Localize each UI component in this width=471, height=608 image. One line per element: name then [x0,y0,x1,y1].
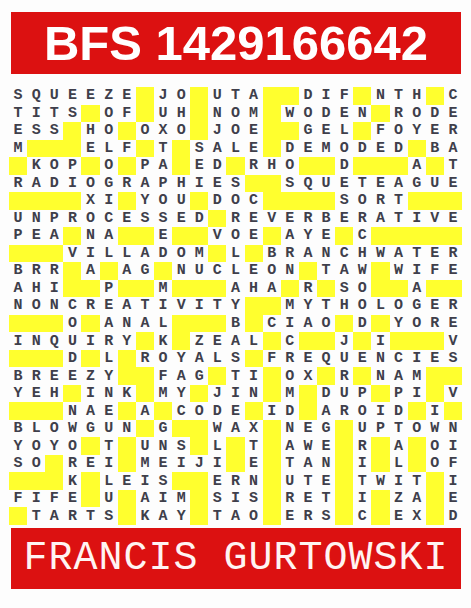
blank-cell [190,122,208,140]
letter-cell: E [317,437,335,455]
letter-cell: G [100,175,118,193]
letter-cell: A [45,227,63,245]
letter-cell: A [281,437,299,455]
blank-cell [118,402,136,420]
letter-cell: E [245,140,263,158]
letter-cell: L [335,122,353,140]
letter-cell: A [27,175,45,193]
blank-cell [371,262,389,280]
letter-cell: I [190,175,208,193]
blank-cell [263,192,281,210]
letter-cell: I [226,385,244,403]
blank-cell [118,367,136,385]
blank-cell [335,507,353,525]
letter-cell: D [426,105,444,123]
blank-cell [27,245,45,263]
letter-cell: E [9,122,27,140]
letter-cell: I [172,455,190,473]
letter-cell: O [27,297,45,315]
blank-cell [371,157,389,175]
letter-cell: S [245,490,263,508]
letter-cell: X [154,122,172,140]
letter-cell: T [317,262,335,280]
letter-cell: A [263,280,281,298]
letter-cell: E [172,210,190,228]
blank-cell [335,472,353,490]
letter-cell: U [208,87,226,105]
letter-cell: I [81,385,99,403]
letter-cell: E [426,245,444,263]
letter-cell: A [226,280,244,298]
letter-cell: R [245,157,263,175]
letter-cell: Y [408,122,426,140]
letter-cell: I [81,332,99,350]
letter-cell: E [444,175,462,193]
blank-cell [81,490,99,508]
letter-cell: S [172,437,190,455]
letter-cell: A [444,140,462,158]
blank-cell [335,437,353,455]
letter-cell: E [299,420,317,438]
letter-cell: R [299,507,317,525]
letter-cell: V [63,245,81,263]
letter-cell: T [317,490,335,508]
letter-cell: O [154,192,172,210]
letter-cell: D [390,140,408,158]
blank-cell [27,472,45,490]
letter-cell: K [63,472,81,490]
blank-cell [371,507,389,525]
letter-cell: E [353,350,371,368]
letter-cell: N [172,262,190,280]
letter-cell: F [9,490,27,508]
letter-cell: G [317,420,335,438]
letter-cell: E [27,385,45,403]
blank-cell [263,87,281,105]
letter-cell: D [335,157,353,175]
blank-cell [190,385,208,403]
blank-cell [263,227,281,245]
letter-cell: E [226,402,244,420]
blank-cell [208,245,226,263]
letter-cell: O [226,105,244,123]
letter-cell: I [45,280,63,298]
letter-cell: H [245,280,263,298]
blank-cell [353,122,371,140]
blank-cell [118,227,136,245]
blank-cell [426,227,444,245]
letter-cell: L [27,420,45,438]
letter-cell: J [154,87,172,105]
letter-cell: M [245,105,263,123]
letter-cell: O [154,350,172,368]
letter-cell: O [136,122,154,140]
blank-cell [299,192,317,210]
blank-cell [45,402,63,420]
letter-cell: Z [100,87,118,105]
letter-cell: P [136,157,154,175]
letter-cell: S [100,507,118,525]
letter-cell: Y [172,385,190,403]
letter-cell: E [27,227,45,245]
blank-cell [444,227,462,245]
letter-cell: O [63,315,81,333]
letter-cell: S [154,210,172,228]
letter-cell: R [9,175,27,193]
title-banner: BFS 1429166642 [11,12,461,74]
blank-cell [136,367,154,385]
letter-cell: H [353,245,371,263]
letter-cell: D [444,507,462,525]
blank-cell [226,157,244,175]
letter-cell: R [335,402,353,420]
letter-cell: P [63,157,81,175]
letter-cell: Y [9,385,27,403]
letter-cell: B [317,210,335,228]
letter-cell: E [317,472,335,490]
blank-cell [136,385,154,403]
letter-cell: M [9,140,27,158]
letter-cell: A [136,245,154,263]
letter-cell: D [154,245,172,263]
letter-cell: H [172,175,190,193]
letter-cell: T [81,507,99,525]
letter-cell: A [136,490,154,508]
letter-cell: D [208,402,226,420]
blank-cell [390,157,408,175]
letter-cell: R [444,297,462,315]
blank-cell [263,507,281,525]
letter-cell: E [299,140,317,158]
author-band: FRANCIS GURTOWSKI [11,528,461,589]
blank-cell [45,245,63,263]
letter-cell: W [63,420,81,438]
letter-cell: A [100,315,118,333]
letter-cell: W [371,245,389,263]
blank-cell [281,192,299,210]
letter-cell: Q [317,350,335,368]
letter-cell: U [63,332,81,350]
blank-cell [136,140,154,158]
blank-cell [245,297,263,315]
letter-cell: H [172,105,190,123]
letter-cell: E [63,490,81,508]
letter-cell: A [390,175,408,193]
letter-cell: C [208,262,226,280]
blank-cell [190,490,208,508]
blank-cell [63,122,81,140]
blank-cell [118,437,136,455]
letter-cell: A [208,140,226,158]
blank-cell [317,157,335,175]
letter-cell: I [136,472,154,490]
letter-cell: M [172,490,190,508]
letter-cell: I [371,332,389,350]
letter-cell: I [27,105,45,123]
letter-cell: A [118,262,136,280]
blank-cell [245,350,263,368]
letter-cell: H [45,385,63,403]
letter-cell: E [317,227,335,245]
letter-cell: N [281,420,299,438]
letter-cell: U [45,87,63,105]
letter-cell: L [245,332,263,350]
letter-cell: S [154,472,172,490]
letter-cell: O [353,280,371,298]
letter-cell: E [426,297,444,315]
blank-cell [190,507,208,525]
blank-cell [353,332,371,350]
letter-cell: I [100,455,118,473]
letter-cell: T [281,455,299,473]
letter-cell: R [444,122,462,140]
letter-cell: U [317,175,335,193]
blank-cell [136,420,154,438]
blank-cell [63,140,81,158]
blank-cell [335,455,353,473]
letter-cell: S [9,455,27,473]
letter-cell: V [444,385,462,403]
letter-cell: H [335,297,353,315]
letter-cell: O [281,367,299,385]
letter-cell: C [263,315,281,333]
letter-cell: O [426,437,444,455]
letter-cell: A [9,280,27,298]
letter-cell: B [9,420,27,438]
blank-cell [263,490,281,508]
letter-cell: O [81,210,99,228]
blank-cell [371,315,389,333]
letter-cell: T [390,210,408,228]
letter-cell: D [390,402,408,420]
blank-cell [9,192,27,210]
letter-cell: G [190,367,208,385]
letter-cell: T [100,437,118,455]
letter-cell: T [299,472,317,490]
letter-cell: M [154,385,172,403]
letter-cell: T [408,245,426,263]
letter-cell: S [63,105,81,123]
letter-cell: E [118,472,136,490]
letter-cell: N [371,367,389,385]
letter-cell: E [245,455,263,473]
letter-cell: N [371,87,389,105]
letter-cell: E [245,262,263,280]
letter-cell: A [226,420,244,438]
blank-cell [390,332,408,350]
blank-cell [263,472,281,490]
blank-cell [299,385,317,403]
blank-cell [172,332,190,350]
letter-cell: T [136,297,154,315]
letter-cell: I [245,367,263,385]
letter-cell: R [335,367,353,385]
blank-cell [27,315,45,333]
letter-cell: E [299,490,317,508]
blank-cell [408,192,426,210]
blank-cell [172,280,190,298]
letter-cell: P [154,175,172,193]
letter-cell: N [245,472,263,490]
letter-cell: L [100,350,118,368]
blank-cell [63,262,81,280]
blank-cell [390,227,408,245]
letter-cell: E [100,297,118,315]
blank-cell [208,210,226,228]
letter-cell: S [226,350,244,368]
letter-cell: O [353,402,371,420]
letter-cell: E [208,332,226,350]
blank-cell [136,87,154,105]
letter-cell: K [136,507,154,525]
blank-cell [81,315,99,333]
blank-cell [426,472,444,490]
letter-cell: L [390,455,408,473]
blank-cell [172,140,190,158]
letter-cell: Z [81,367,99,385]
blank-cell [263,385,281,403]
letter-cell: I [426,402,444,420]
letter-cell: L [118,245,136,263]
letter-cell: C [353,507,371,525]
letter-cell: R [444,245,462,263]
letter-cell: Y [118,332,136,350]
blank-cell [190,420,208,438]
letter-cell: U [100,490,118,508]
blank-cell [136,280,154,298]
letter-cell: P [100,280,118,298]
letter-cell: S [335,280,353,298]
letter-cell: F [335,87,353,105]
blank-cell [317,192,335,210]
letter-cell: R [281,245,299,263]
blank-cell [390,280,408,298]
letter-cell: I [190,297,208,315]
letter-cell: I [281,315,299,333]
letter-cell: R [27,262,45,280]
letter-cell: A [136,175,154,193]
blank-cell [245,402,263,420]
letter-cell: E [245,210,263,228]
letter-cell: Y [299,297,317,315]
letter-cell: B [9,262,27,280]
letter-cell: C [335,245,353,263]
blank-cell [226,437,244,455]
letter-cell: O [100,105,118,123]
letter-cell: O [299,105,317,123]
letter-cell: F [45,490,63,508]
blank-cell [172,420,190,438]
blank-cell [317,280,335,298]
letter-cell: S [226,175,244,193]
blank-cell [335,315,353,333]
letter-cell: I [81,245,99,263]
blank-cell [426,157,444,175]
blank-cell [426,332,444,350]
blank-cell [263,122,281,140]
letter-cell: K [27,157,45,175]
letter-cell: T [317,297,335,315]
letter-cell: I [208,455,226,473]
letter-cell: E [426,122,444,140]
letter-cell: A [390,367,408,385]
letter-cell: U [335,350,353,368]
letter-cell: A [118,297,136,315]
letter-cell: R [299,210,317,228]
blank-cell [81,105,99,123]
letter-cell: T [245,437,263,455]
blank-cell [444,192,462,210]
letter-cell: Y [45,437,63,455]
letter-cell: T [226,87,244,105]
blank-cell [118,157,136,175]
letter-cell: E [335,175,353,193]
letter-cell: U [172,192,190,210]
letter-cell: C [100,210,118,228]
letter-cell: R [45,262,63,280]
book-title: BFS 1429166642 [44,19,428,68]
blank-cell [27,402,45,420]
letter-cell: J [208,122,226,140]
blank-cell [226,455,244,473]
letter-cell: R [281,350,299,368]
letter-cell: A [100,227,118,245]
letter-cell: I [63,175,81,193]
blank-cell [263,332,281,350]
letter-cell: N [281,262,299,280]
letter-cell: U [335,385,353,403]
letter-cell: O [45,420,63,438]
letter-cell: P [353,385,371,403]
blank-cell [208,367,226,385]
letter-cell: E [81,455,99,473]
letter-cell: E [317,122,335,140]
letter-cell: T [390,192,408,210]
blank-cell [118,350,136,368]
letter-cell: G [81,420,99,438]
letter-cell: E [100,402,118,420]
letter-cell: S [27,122,45,140]
blank-cell [408,332,426,350]
blank-cell [426,507,444,525]
letter-cell: O [81,175,99,193]
letter-cell: O [353,297,371,315]
blank-cell [299,402,317,420]
blank-cell [263,105,281,123]
letter-cell: O [226,192,244,210]
letter-cell: I [408,210,426,228]
blank-cell [263,297,281,315]
book-cover: BFS 1429166642 SQUEEZEJOUTADIFNTHCTITSOF… [0,0,471,608]
blank-cell [190,280,208,298]
blank-cell [408,455,426,473]
author-name: FRANCIS GURTOWSKI [23,539,448,579]
letter-cell: I [408,350,426,368]
blank-cell [426,87,444,105]
letter-cell: A [281,227,299,245]
letter-cell: N [118,315,136,333]
blank-cell [190,192,208,210]
letter-cell: A [172,367,190,385]
blank-cell [444,367,462,385]
letter-cell: E [390,507,408,525]
letter-cell: A [154,507,172,525]
letter-cell: E [63,367,81,385]
letter-cell: I [408,262,426,280]
blank-cell [118,507,136,525]
letter-cell: R [371,192,389,210]
letter-cell: N [245,385,263,403]
